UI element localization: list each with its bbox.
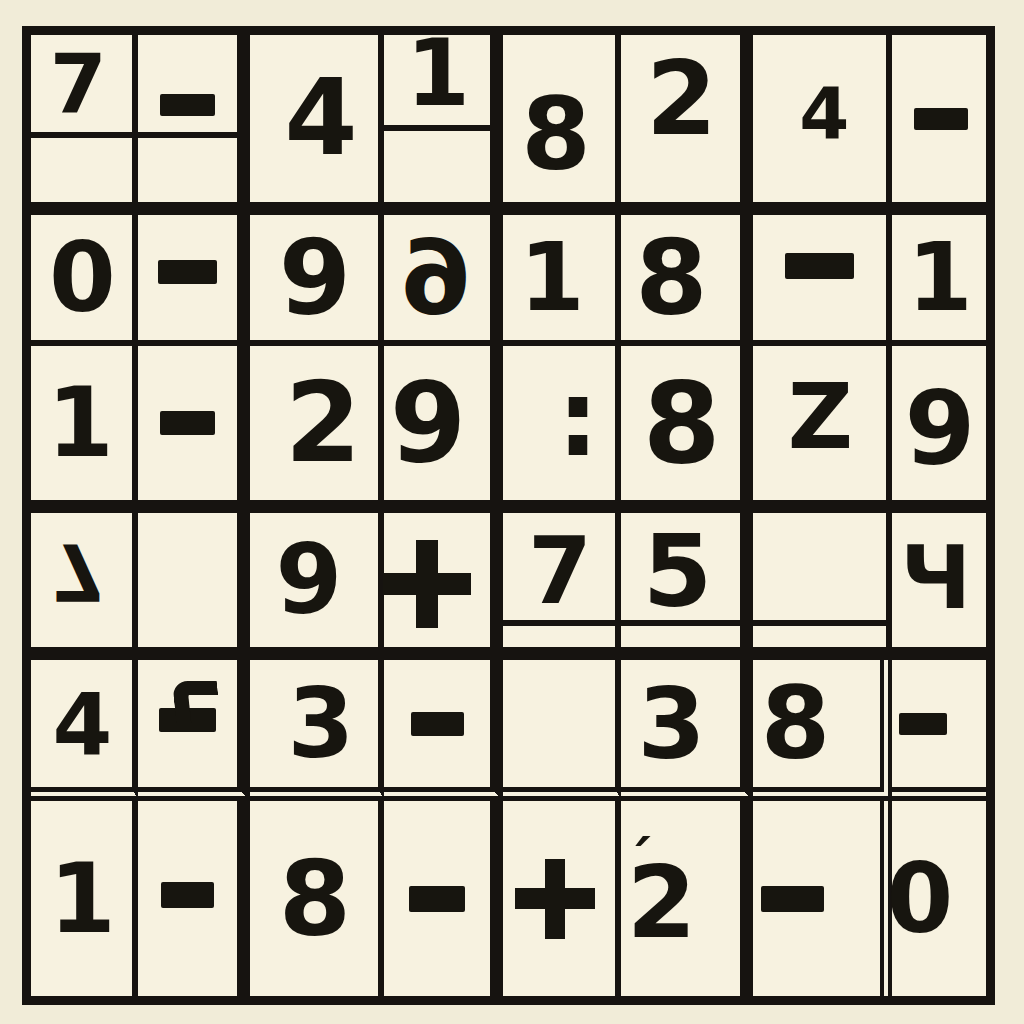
cell-r6c4[interactable] bbox=[384, 801, 503, 996]
glyph-text: 8 bbox=[761, 674, 829, 774]
cell-r2c1[interactable]: 0 bbox=[31, 215, 138, 346]
cell-r2c4[interactable]: 6 bbox=[384, 215, 503, 346]
digit-0: 0 bbox=[49, 230, 114, 326]
digit-1: 1 bbox=[47, 375, 112, 471]
plus-cross-shape bbox=[515, 859, 595, 939]
cell-r5c2[interactable] bbox=[138, 660, 250, 801]
glyph-text: 6 bbox=[402, 226, 472, 330]
digit-9: 9 bbox=[905, 378, 974, 480]
digit-8: 8 bbox=[761, 674, 829, 774]
cell-r1c8[interactable] bbox=[892, 35, 986, 215]
digit-3: 3 bbox=[637, 675, 703, 773]
digit-2: 2´ bbox=[627, 853, 695, 953]
cell-divider-line bbox=[753, 620, 886, 626]
glyph-text: 8 bbox=[643, 367, 719, 479]
glyph-text: 7 bbox=[51, 533, 104, 611]
dash-bar bbox=[158, 260, 217, 284]
plus-symbol bbox=[383, 540, 471, 628]
cell-r3c5[interactable]: : bbox=[503, 346, 621, 513]
cell-r3c4[interactable]: 9 bbox=[384, 346, 503, 513]
cell-r3c1[interactable]: 1 bbox=[31, 346, 138, 513]
dash-symbol bbox=[894, 108, 988, 130]
cell-divider-line bbox=[31, 132, 132, 138]
glyph-text: 2 bbox=[285, 368, 359, 478]
cell-r5c3[interactable]: 3 bbox=[250, 660, 384, 801]
dash-symbol bbox=[876, 713, 970, 735]
glyph-text: 1 bbox=[406, 28, 468, 120]
dash-bar bbox=[899, 713, 948, 735]
cell-r2c2[interactable] bbox=[138, 215, 250, 346]
cell-r5c1[interactable]: 4 bbox=[31, 660, 138, 801]
cell-r4c6[interactable]: 5 bbox=[621, 513, 753, 660]
digit-9: 9 bbox=[276, 532, 341, 628]
cell-r6c1[interactable]: 1 bbox=[31, 801, 138, 996]
glyph-text: 1 bbox=[519, 231, 583, 325]
glyph-text: 2 bbox=[646, 48, 715, 150]
dash-bar bbox=[761, 886, 825, 912]
digit-1: 1 bbox=[519, 231, 583, 325]
digit-7: 7 bbox=[51, 533, 104, 611]
digit-5: 5 bbox=[643, 522, 711, 622]
digit-9: 9 bbox=[279, 226, 349, 330]
glyph-text: 9 bbox=[905, 378, 974, 480]
digit-2: 2 bbox=[285, 368, 359, 478]
glyph-text: 1 bbox=[907, 231, 971, 325]
cell-r1c1[interactable]: 7 bbox=[31, 35, 138, 215]
cell-r1c3[interactable]: 4 bbox=[250, 35, 384, 215]
plus-cross-shape bbox=[383, 540, 471, 628]
cell-r3c7[interactable]: Z bbox=[753, 346, 892, 513]
glyph-text: 8 bbox=[635, 226, 705, 330]
dash-bar bbox=[409, 886, 464, 912]
dash-bar bbox=[914, 108, 969, 130]
cell-r2c7[interactable] bbox=[753, 215, 892, 346]
cell-r5c4[interactable] bbox=[384, 660, 503, 801]
glyph-text: 5 bbox=[643, 522, 711, 622]
glyph-text: 4 bbox=[52, 681, 110, 767]
cell-r5c6[interactable]: 3 bbox=[621, 660, 753, 801]
cell-r4c4[interactable] bbox=[384, 513, 503, 660]
dash-bar bbox=[161, 882, 214, 908]
page: { "game": "hand-drawn sudoku-style numbe… bbox=[0, 0, 1024, 1024]
digit-7: 7 bbox=[528, 526, 590, 618]
dash-bar bbox=[160, 411, 215, 435]
glyph-text: 0 bbox=[49, 230, 114, 326]
glyph-text: 4 bbox=[285, 66, 356, 171]
digit-1: 1 bbox=[406, 28, 468, 120]
digit-8: 8 bbox=[521, 85, 589, 185]
cell-r5c7[interactable]: 8 bbox=[753, 660, 892, 801]
cell-r3c8[interactable]: 9 bbox=[892, 346, 986, 513]
glyph-text: Z bbox=[788, 372, 851, 462]
cell-r5c5[interactable] bbox=[503, 660, 621, 801]
dash-symbol bbox=[729, 886, 856, 912]
dash-symbol bbox=[138, 94, 237, 116]
acute-accent-mark: ´ bbox=[626, 834, 654, 889]
cell-r4c2[interactable] bbox=[138, 513, 250, 660]
cell-r3c6[interactable]: 8 bbox=[621, 346, 753, 513]
digit-3: 3 bbox=[288, 676, 353, 772]
glyph-text: 4 bbox=[799, 77, 848, 149]
cell-r6c8[interactable]: 0 bbox=[892, 801, 986, 996]
dash-bar bbox=[160, 94, 215, 116]
dash-symbol bbox=[138, 882, 237, 908]
cell-r1c7[interactable]: 4 bbox=[753, 35, 892, 215]
digit-8: 8 bbox=[635, 226, 705, 330]
cell-r4c1[interactable]: 7 bbox=[31, 513, 138, 660]
glyph-text: 8 bbox=[279, 847, 349, 951]
digit-0: 0 bbox=[887, 851, 952, 947]
digit-1: 1 bbox=[907, 231, 971, 325]
hooked-dash-symbol bbox=[138, 708, 237, 732]
digit-9: 9 bbox=[390, 368, 464, 478]
digit-8: 8 bbox=[279, 847, 349, 951]
glyph-text: 0 bbox=[887, 851, 952, 947]
cell-r1c4[interactable]: 1 bbox=[384, 35, 503, 215]
glyph-text: 3 bbox=[288, 676, 353, 772]
glyph-text: : bbox=[557, 367, 597, 472]
cell-r4c3[interactable]: 9 bbox=[250, 513, 384, 660]
glyph-text: 9 bbox=[276, 532, 341, 628]
dash-hook-flag bbox=[172, 681, 221, 723]
digit-4: 4 bbox=[799, 77, 848, 149]
glyph-text: 3 bbox=[637, 675, 703, 773]
glyph-text: 8 bbox=[521, 85, 589, 185]
dash-bar bbox=[785, 253, 854, 279]
cell-r6c7[interactable] bbox=[753, 801, 892, 996]
cell-r2c3[interactable]: 9 bbox=[250, 215, 384, 346]
cell-r6c5[interactable] bbox=[503, 801, 621, 996]
glyph-text: 7 bbox=[50, 44, 105, 126]
digit-1: 1 bbox=[49, 851, 114, 947]
cell-r5c8[interactable] bbox=[892, 660, 986, 801]
digit-7: 7 bbox=[50, 44, 105, 126]
cell-r3c2[interactable] bbox=[138, 346, 250, 513]
plus-symbol bbox=[515, 859, 595, 939]
dash-symbol bbox=[753, 253, 886, 279]
digit-Ч: Ч bbox=[900, 534, 969, 622]
digit-6: 6 bbox=[402, 226, 472, 330]
colon-symbol: : bbox=[557, 367, 597, 472]
glyph-text: Ч bbox=[900, 534, 969, 622]
digit-2: 2 bbox=[646, 48, 715, 150]
dash-symbol bbox=[138, 260, 237, 284]
dash-symbol bbox=[138, 411, 237, 435]
glyph-text: 7 bbox=[528, 526, 590, 618]
cell-r2c8[interactable]: 1 bbox=[892, 215, 986, 346]
cell-r4c8[interactable]: Ч bbox=[892, 513, 986, 660]
cell-r1c2[interactable] bbox=[138, 35, 250, 215]
dash-symbol bbox=[384, 886, 490, 912]
digit-4: 4 bbox=[285, 66, 356, 171]
cell-r6c2[interactable] bbox=[138, 801, 250, 996]
cell-r1c6[interactable]: 2 bbox=[621, 35, 753, 215]
cell-r6c3[interactable]: 8 bbox=[250, 801, 384, 996]
digit-Z: Z bbox=[788, 372, 851, 462]
digit-4: 4 bbox=[52, 681, 110, 767]
cell-r1c5[interactable]: 8 bbox=[503, 35, 621, 215]
glyph-text: 9 bbox=[390, 368, 464, 478]
cell-r3c3[interactable]: 2 bbox=[250, 346, 384, 513]
glyph-text: 1 bbox=[47, 375, 112, 471]
cell-divider-line bbox=[138, 132, 237, 138]
dash-bar bbox=[159, 708, 216, 732]
glyph-text: 1 bbox=[49, 851, 114, 947]
dash-bar bbox=[411, 712, 464, 736]
dash-symbol bbox=[384, 712, 490, 736]
cell-r2c6[interactable]: 8 bbox=[621, 215, 753, 346]
cell-r2c5[interactable]: 1 bbox=[503, 215, 621, 346]
cell-r4c7[interactable] bbox=[753, 513, 892, 660]
cell-r4c5[interactable]: 7 bbox=[503, 513, 621, 660]
puzzle-board: 741824096181129:8Z97975Ч4338182´0 bbox=[22, 26, 995, 1005]
digit-8: 8 bbox=[643, 367, 719, 479]
glyph-text: 9 bbox=[279, 226, 349, 330]
